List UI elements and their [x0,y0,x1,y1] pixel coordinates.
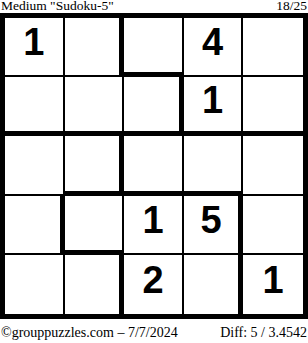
difficulty-text: Diff: 5 / 3.4542 [220,325,307,341]
cell-r1c3-given: 1 [184,77,244,136]
footer: ©grouppuzzles.com – 7/7/2024 Diff: 5 / 3… [0,325,308,341]
cell-r3c3-given: 5 [184,196,244,255]
cell-r2c4-empty[interactable] [243,136,303,195]
cell-r4c0-empty[interactable] [5,255,65,314]
header: Medium "Sudoku-5" 18/25 [0,0,308,13]
cell-r2c0-empty[interactable] [5,136,65,195]
cell-r1c4-empty[interactable] [243,77,303,136]
cell-r4c4-given: 1 [243,255,303,314]
cell-r0c4-empty[interactable] [243,18,303,77]
cell-r1c2-empty[interactable] [124,77,184,136]
cell-r4c2-given: 2 [124,255,184,314]
puzzle-title: Medium "Sudoku-5" [1,0,114,13]
cell-r3c2-given: 1 [124,196,184,255]
cell-r0c1-empty[interactable] [65,18,125,77]
cell-r0c2-empty[interactable] [124,18,184,77]
cell-r3c4-empty[interactable] [243,196,303,255]
copyright-text: ©grouppuzzles.com – 7/7/2024 [1,325,178,341]
cell-r2c2-empty[interactable] [124,136,184,195]
cell-r4c1-empty[interactable] [65,255,125,314]
cell-r3c0-empty[interactable] [5,196,65,255]
cell-r4c3-empty[interactable] [184,255,244,314]
cell-r0c0-given: 1 [5,18,65,77]
cell-r2c3-empty[interactable] [184,136,244,195]
cell-r2c1-empty[interactable] [65,136,125,195]
sudoku-board: 1411521 [0,13,308,319]
cell-r1c1-empty[interactable] [65,77,125,136]
cell-r3c1-empty[interactable] [65,196,125,255]
cells-remaining-counter: 18/25 [276,0,307,13]
cell-r0c3-given: 4 [184,18,244,77]
cell-r1c0-empty[interactable] [5,77,65,136]
